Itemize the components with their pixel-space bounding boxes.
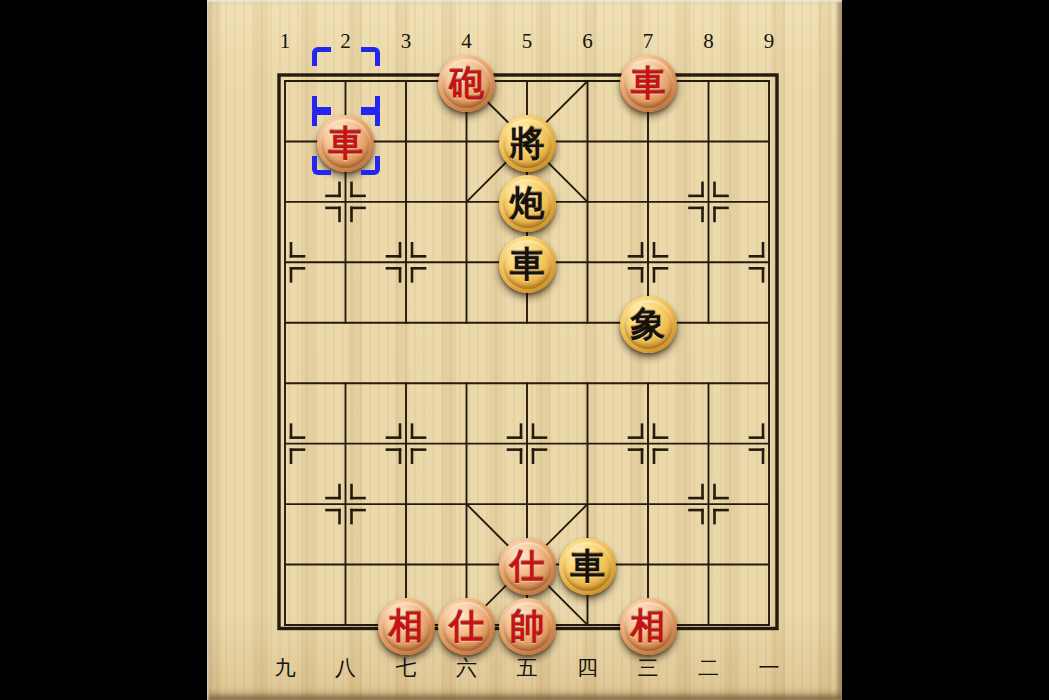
point-2-7[interactable] <box>315 413 376 473</box>
point-8-4[interactable] <box>678 232 739 292</box>
red-elephant[interactable]: 相 <box>620 598 677 655</box>
point-4-8[interactable] <box>436 474 497 534</box>
point-5-4[interactable]: 車 <box>497 232 558 292</box>
point-3-6[interactable] <box>376 353 437 413</box>
piece-character: 相 <box>631 609 666 644</box>
point-4-4[interactable] <box>436 232 497 292</box>
black-elephant[interactable]: 象 <box>620 296 677 353</box>
piece-character: 仕 <box>449 609 484 644</box>
point-3-10[interactable]: 相 <box>376 595 437 655</box>
point-8-5[interactable] <box>678 293 739 353</box>
point-9-6[interactable] <box>739 353 800 413</box>
point-6-1[interactable] <box>557 51 618 111</box>
point-5-6[interactable] <box>497 353 558 413</box>
point-6-7[interactable] <box>557 413 618 473</box>
point-7-2[interactable] <box>618 111 679 171</box>
point-6-6[interactable] <box>557 353 618 413</box>
point-3-5[interactable] <box>376 293 437 353</box>
point-1-3[interactable] <box>255 172 316 232</box>
red-general[interactable]: 帥 <box>499 598 556 655</box>
piece-character: 砲 <box>449 66 484 101</box>
marker-corner-tl <box>312 47 331 66</box>
point-2-5[interactable] <box>315 293 376 353</box>
point-2-4[interactable] <box>315 232 376 292</box>
point-3-2[interactable] <box>376 111 437 171</box>
point-6-2[interactable] <box>557 111 618 171</box>
red-advisor[interactable]: 仕 <box>499 538 556 595</box>
point-9-9[interactable] <box>739 534 800 594</box>
point-2-9[interactable] <box>315 534 376 594</box>
point-4-9[interactable] <box>436 534 497 594</box>
piece-character: 象 <box>631 307 666 342</box>
point-8-1[interactable] <box>678 51 739 111</box>
file-label-bottom-四: 四 <box>571 654 605 682</box>
point-8-7[interactable] <box>678 413 739 473</box>
point-9-10[interactable] <box>739 595 800 655</box>
point-5-8[interactable] <box>497 474 558 534</box>
last-move-from-marker <box>312 47 380 115</box>
file-label-bottom-六: 六 <box>450 654 484 682</box>
point-9-7[interactable] <box>739 413 800 473</box>
point-6-10[interactable] <box>557 595 618 655</box>
point-4-2[interactable] <box>436 111 497 171</box>
point-2-8[interactable] <box>315 474 376 534</box>
black-chariot[interactable]: 車 <box>499 236 556 293</box>
point-8-8[interactable] <box>678 474 739 534</box>
point-2-1[interactable] <box>315 51 376 111</box>
point-7-6[interactable] <box>618 353 679 413</box>
point-6-5[interactable] <box>557 293 618 353</box>
point-5-7[interactable] <box>497 413 558 473</box>
point-7-1[interactable]: 車 <box>618 51 679 111</box>
file-label-bottom-一: 一 <box>752 654 786 682</box>
point-2-6[interactable] <box>315 353 376 413</box>
point-2-3[interactable] <box>315 172 376 232</box>
point-4-6[interactable] <box>436 353 497 413</box>
point-7-4[interactable] <box>618 232 679 292</box>
point-1-10[interactable] <box>255 595 316 655</box>
piece-character: 將 <box>510 126 545 161</box>
point-9-2[interactable] <box>739 111 800 171</box>
point-7-5[interactable]: 象 <box>618 293 679 353</box>
point-5-5[interactable] <box>497 293 558 353</box>
point-2-10[interactable] <box>315 595 376 655</box>
point-1-4[interactable] <box>255 232 316 292</box>
piece-character: 車 <box>631 66 666 101</box>
file-label-bottom-七: 七 <box>389 654 423 682</box>
xiangqi-board: 砲車車將炮車象仕車相仕帥相 <box>255 51 800 655</box>
point-9-4[interactable] <box>739 232 800 292</box>
point-5-10[interactable]: 帥 <box>497 595 558 655</box>
point-8-6[interactable] <box>678 353 739 413</box>
piece-character: 車 <box>570 549 605 584</box>
red-advisor[interactable]: 仕 <box>438 598 495 655</box>
file-label-bottom-三: 三 <box>631 654 665 682</box>
red-chariot-selected[interactable]: 車 <box>317 115 374 172</box>
point-1-1[interactable] <box>255 51 316 111</box>
point-1-8[interactable] <box>255 474 316 534</box>
point-4-7[interactable] <box>436 413 497 473</box>
point-3-1[interactable] <box>376 51 437 111</box>
black-cannon[interactable]: 炮 <box>499 175 556 232</box>
point-1-5[interactable] <box>255 293 316 353</box>
piece-character: 仕 <box>510 549 545 584</box>
point-3-3[interactable] <box>376 172 437 232</box>
point-4-10[interactable]: 仕 <box>436 595 497 655</box>
point-1-9[interactable] <box>255 534 316 594</box>
point-9-3[interactable] <box>739 172 800 232</box>
point-7-8[interactable] <box>618 474 679 534</box>
piece-character: 帥 <box>510 609 545 644</box>
file-label-bottom-八: 八 <box>329 654 363 682</box>
point-5-9[interactable]: 仕 <box>497 534 558 594</box>
point-5-3[interactable]: 炮 <box>497 172 558 232</box>
file-label-bottom-九: 九 <box>268 654 302 682</box>
red-chariot[interactable]: 車 <box>620 55 677 112</box>
point-7-7[interactable] <box>618 413 679 473</box>
point-6-8[interactable] <box>557 474 618 534</box>
point-9-8[interactable] <box>739 474 800 534</box>
point-8-3[interactable] <box>678 172 739 232</box>
point-9-5[interactable] <box>739 293 800 353</box>
black-general[interactable]: 將 <box>499 115 556 172</box>
piece-character: 車 <box>328 126 363 161</box>
point-4-3[interactable] <box>436 172 497 232</box>
point-3-4[interactable] <box>376 232 437 292</box>
file-label-bottom-二: 二 <box>692 654 726 682</box>
point-3-9[interactable] <box>376 534 437 594</box>
piece-character: 相 <box>389 609 424 644</box>
point-6-9[interactable]: 車 <box>557 534 618 594</box>
piece-character: 車 <box>510 247 545 282</box>
point-8-2[interactable] <box>678 111 739 171</box>
point-6-3[interactable] <box>557 172 618 232</box>
point-6-4[interactable] <box>557 232 618 292</box>
point-8-9[interactable] <box>678 534 739 594</box>
point-7-3[interactable] <box>618 172 679 232</box>
point-5-1[interactable] <box>497 51 558 111</box>
file-label-bottom-五: 五 <box>510 654 544 682</box>
red-elephant[interactable]: 相 <box>378 598 435 655</box>
point-4-1[interactable]: 砲 <box>436 51 497 111</box>
point-9-1[interactable] <box>739 51 800 111</box>
point-3-7[interactable] <box>376 413 437 473</box>
point-2-2[interactable]: 車 <box>315 111 376 171</box>
point-4-5[interactable] <box>436 293 497 353</box>
point-8-10[interactable] <box>678 595 739 655</box>
black-chariot[interactable]: 車 <box>559 538 616 595</box>
piece-character: 炮 <box>510 186 545 221</box>
point-1-2[interactable] <box>255 111 316 171</box>
point-7-9[interactable] <box>618 534 679 594</box>
red-cannon[interactable]: 砲 <box>438 55 495 112</box>
point-5-2[interactable]: 將 <box>497 111 558 171</box>
point-3-8[interactable] <box>376 474 437 534</box>
point-1-7[interactable] <box>255 413 316 473</box>
point-7-10[interactable]: 相 <box>618 595 679 655</box>
point-1-6[interactable] <box>255 353 316 413</box>
